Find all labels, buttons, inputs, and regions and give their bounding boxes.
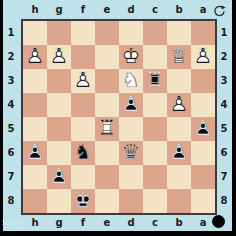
white-rook[interactable]: ♜♖ <box>95 117 119 141</box>
square-d2[interactable]: ♚♔ <box>119 45 143 69</box>
square-b5[interactable] <box>167 117 191 141</box>
piece-outline: ♕ <box>167 45 191 69</box>
black-pawn[interactable]: ♟♙ <box>119 93 143 117</box>
square-g2[interactable]: ♟♙ <box>47 45 71 69</box>
black-pawn[interactable]: ♟♙ <box>23 141 47 165</box>
black-pawn[interactable]: ♟♙ <box>47 165 71 189</box>
square-c6[interactable] <box>143 141 167 165</box>
square-g7[interactable]: ♟♙ <box>47 165 71 189</box>
square-c5[interactable] <box>143 117 167 141</box>
square-a2[interactable]: ♟♙ <box>191 45 215 69</box>
square-f7[interactable] <box>71 165 95 189</box>
white-knight[interactable]: ♞♘ <box>119 69 143 93</box>
piece-outline: ♙ <box>23 45 47 69</box>
piece-outline: ♕ <box>119 141 143 165</box>
square-c8[interactable] <box>143 189 167 213</box>
square-e6[interactable] <box>95 141 119 165</box>
square-h8[interactable] <box>23 189 47 213</box>
square-c3[interactable]: ♜♖ <box>143 69 167 93</box>
square-e3[interactable] <box>95 69 119 93</box>
square-g8[interactable] <box>47 189 71 213</box>
black-rook[interactable]: ♜♖ <box>143 69 167 93</box>
piece-outline: ♖ <box>95 117 119 141</box>
square-h4[interactable] <box>23 93 47 117</box>
square-c4[interactable] <box>143 93 167 117</box>
white-king[interactable]: ♚♔ <box>119 45 143 69</box>
square-d7[interactable] <box>119 165 143 189</box>
square-a3[interactable] <box>191 69 215 93</box>
square-a6[interactable] <box>191 141 215 165</box>
square-d3[interactable]: ♞♘ <box>119 69 143 93</box>
square-a5[interactable]: ♟♙ <box>191 117 215 141</box>
square-g6[interactable] <box>47 141 71 165</box>
piece-outline: ♔ <box>119 45 143 69</box>
piece-outline: ♙ <box>167 93 191 117</box>
square-h6[interactable]: ♟♙ <box>23 141 47 165</box>
square-f5[interactable] <box>71 117 95 141</box>
black-pawn[interactable]: ♟♙ <box>167 141 191 165</box>
square-h1[interactable] <box>23 21 47 45</box>
square-a4[interactable] <box>191 93 215 117</box>
black-queen[interactable]: ♛♕ <box>119 141 143 165</box>
square-d6[interactable]: ♛♕ <box>119 141 143 165</box>
square-d8[interactable] <box>119 189 143 213</box>
square-c2[interactable] <box>143 45 167 69</box>
square-a8[interactable] <box>191 189 215 213</box>
square-g3[interactable] <box>47 69 71 93</box>
square-e5[interactable]: ♜♖ <box>95 117 119 141</box>
piece-outline: ♘ <box>119 69 143 93</box>
piece-outline: ♙ <box>47 165 71 189</box>
piece-outline: ♙ <box>191 117 215 141</box>
white-pawn[interactable]: ♟♙ <box>47 45 71 69</box>
square-e8[interactable] <box>95 189 119 213</box>
piece-outline: ♙ <box>167 141 191 165</box>
rotate-arrow-icon <box>212 4 227 19</box>
square-e4[interactable] <box>95 93 119 117</box>
black-king[interactable]: ♚♔ <box>71 189 95 213</box>
square-a1[interactable] <box>191 21 215 45</box>
square-h3[interactable] <box>23 69 47 93</box>
square-d4[interactable]: ♟♙ <box>119 93 143 117</box>
square-h2[interactable]: ♟♙ <box>23 45 47 69</box>
chess-app: hhggffeeddccbbaa1122334455667788 ♟♙♟♙♚♔♛… <box>0 0 236 236</box>
white-pawn[interactable]: ♟♙ <box>191 45 215 69</box>
flip-board-button[interactable] <box>212 4 227 19</box>
watermark: Smrl <box>2 219 22 227</box>
square-f4[interactable] <box>71 93 95 117</box>
square-f3[interactable]: ♟♙ <box>71 69 95 93</box>
square-b6[interactable]: ♟♙ <box>167 141 191 165</box>
white-pawn[interactable]: ♟♙ <box>71 69 95 93</box>
square-b1[interactable] <box>167 21 191 45</box>
square-f6[interactable]: ♞♘ <box>71 141 95 165</box>
square-e2[interactable] <box>95 45 119 69</box>
white-pawn[interactable]: ♟♙ <box>167 93 191 117</box>
square-d5[interactable] <box>119 117 143 141</box>
piece-outline: ♔ <box>71 189 95 213</box>
black-pawn[interactable]: ♟♙ <box>191 117 215 141</box>
square-e1[interactable] <box>95 21 119 45</box>
square-h7[interactable] <box>23 165 47 189</box>
chess-board: ♟♙♟♙♚♔♛♕♟♙♟♙♞♘♜♖♟♙♟♙♜♖♟♙♟♙♞♘♛♕♟♙♟♙♚♔ <box>21 19 217 215</box>
square-g4[interactable] <box>47 93 71 117</box>
piece-outline: ♙ <box>119 93 143 117</box>
square-b8[interactable] <box>167 189 191 213</box>
square-c7[interactable] <box>143 165 167 189</box>
piece-outline: ♙ <box>23 141 47 165</box>
piece-outline: ♙ <box>47 45 71 69</box>
piece-outline: ♖ <box>143 69 167 93</box>
black-to-move-indicator <box>212 215 225 228</box>
piece-outline: ♙ <box>71 69 95 93</box>
white-queen[interactable]: ♛♕ <box>167 45 191 69</box>
square-h5[interactable] <box>23 117 47 141</box>
square-f1[interactable] <box>71 21 95 45</box>
square-f8[interactable]: ♚♔ <box>71 189 95 213</box>
square-g5[interactable] <box>47 117 71 141</box>
square-d1[interactable] <box>119 21 143 45</box>
square-g1[interactable] <box>47 21 71 45</box>
square-e7[interactable] <box>95 165 119 189</box>
square-c1[interactable] <box>143 21 167 45</box>
black-knight[interactable]: ♞♘ <box>71 141 95 165</box>
square-f2[interactable] <box>71 45 95 69</box>
square-a7[interactable] <box>191 165 215 189</box>
piece-outline: ♙ <box>191 45 215 69</box>
square-b2[interactable]: ♛♕ <box>167 45 191 69</box>
piece-outline: ♘ <box>71 141 95 165</box>
square-b7[interactable] <box>167 165 191 189</box>
white-pawn[interactable]: ♟♙ <box>23 45 47 69</box>
square-b4[interactable]: ♟♙ <box>167 93 191 117</box>
square-b3[interactable] <box>167 69 191 93</box>
